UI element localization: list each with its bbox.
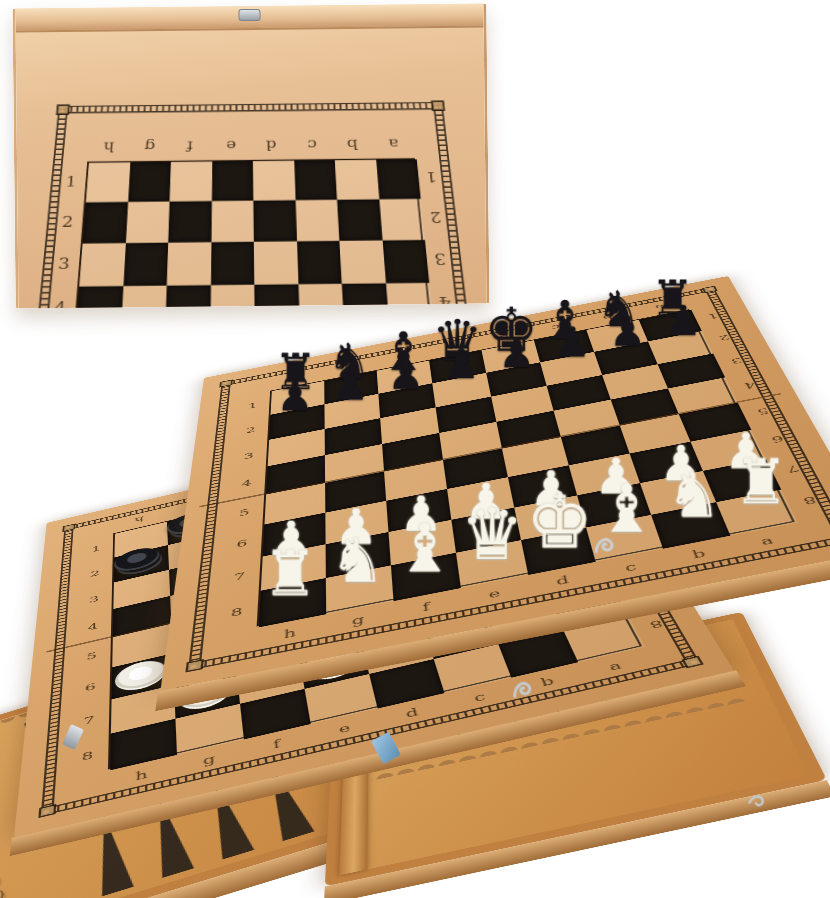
file-label: f xyxy=(392,592,462,622)
file-label: d xyxy=(527,566,599,595)
backgammon-checker xyxy=(0,871,1,898)
meander-corner-rosette xyxy=(681,656,703,669)
box-square xyxy=(295,200,339,242)
box-file-label: e xyxy=(210,136,251,155)
box-rank-label: 1 xyxy=(58,162,83,202)
box-rank-label: 3 xyxy=(51,242,78,285)
meander-corner-rosette xyxy=(185,659,203,672)
box-square xyxy=(335,160,379,200)
box-square xyxy=(376,159,421,199)
box-file-label: g xyxy=(128,137,170,156)
box-square xyxy=(253,161,295,201)
checkers-piece-white xyxy=(115,657,167,695)
box-square xyxy=(165,285,210,308)
rank-label: 5 xyxy=(230,495,258,530)
chess-piece-white-knight: ♞ xyxy=(323,506,392,607)
box-square xyxy=(386,283,434,309)
board-square xyxy=(110,719,177,771)
box-square xyxy=(120,286,166,309)
meander-border xyxy=(41,525,74,816)
box-square xyxy=(339,240,385,283)
box-square xyxy=(211,242,255,285)
rank-label: 5 xyxy=(78,638,105,674)
box-square xyxy=(168,201,211,243)
box-square xyxy=(254,241,298,284)
box-square xyxy=(297,241,342,284)
box-square xyxy=(123,243,168,286)
box-rank-label: 2 xyxy=(55,201,81,242)
chess-piece-white-rook: ♜ xyxy=(256,519,325,620)
box-square xyxy=(379,199,425,241)
rank-label: 7 xyxy=(224,557,254,597)
file-label: b xyxy=(662,540,736,569)
chess-piece-white-queen: ♛ xyxy=(458,480,527,581)
board-square xyxy=(240,689,311,740)
chess-piece-white-bishop: ♝ xyxy=(391,493,460,594)
box-file-label: b xyxy=(332,135,374,154)
box-square xyxy=(128,162,171,202)
rank-label: 6 xyxy=(227,525,256,562)
chess-piece-white-rook: ♜ xyxy=(727,428,796,529)
box-square xyxy=(211,161,253,201)
box-square xyxy=(79,243,125,286)
box-file-label: c xyxy=(291,136,332,155)
meander-corner-rosette xyxy=(431,100,445,111)
box-rank-label: 2 xyxy=(422,197,449,238)
box-square xyxy=(210,285,255,309)
chess-piece-white-king: ♚ xyxy=(525,467,594,568)
file-label: e xyxy=(459,579,530,608)
box-file-label: a xyxy=(372,135,414,154)
file-label: f xyxy=(242,728,312,760)
meander-border xyxy=(58,102,443,114)
rank-label: 8 xyxy=(221,591,252,633)
file-label: g xyxy=(175,744,244,776)
meander-corner-rosette xyxy=(56,104,70,115)
box-square xyxy=(125,201,169,243)
box-file-label: h xyxy=(88,138,130,157)
box-square xyxy=(76,286,123,308)
backgammon-checker xyxy=(0,886,5,898)
box-square xyxy=(298,284,344,309)
box-square xyxy=(253,200,296,242)
box-square xyxy=(382,240,429,283)
file-label: a xyxy=(730,526,805,555)
meander-corner-rosette xyxy=(38,804,56,818)
meander-border xyxy=(188,381,231,671)
box-square xyxy=(342,283,389,308)
box-print: hgfedcba12341234 xyxy=(27,98,479,309)
box-rank-label: 3 xyxy=(427,238,454,281)
rank-label: 6 xyxy=(76,668,104,706)
board-square xyxy=(305,674,378,724)
file-label: h xyxy=(255,618,324,648)
box-half-board xyxy=(74,158,432,308)
box-square xyxy=(167,242,211,285)
box-square xyxy=(254,284,299,308)
closed-game-box: hgfedcba12341234 xyxy=(12,4,489,309)
metal-clasp-icon xyxy=(238,9,260,21)
rank-label: 4 xyxy=(80,610,106,644)
box-rank-label: 4 xyxy=(46,285,73,309)
file-label: g xyxy=(324,605,393,635)
box-square xyxy=(294,160,337,200)
file-label: d xyxy=(376,697,448,728)
file-label: a xyxy=(578,651,653,682)
box-square xyxy=(337,199,382,241)
box-square xyxy=(211,201,254,243)
box-file-label: d xyxy=(251,136,292,155)
board-square xyxy=(175,704,243,755)
box-rank-label: 1 xyxy=(418,158,444,197)
box-square xyxy=(170,162,212,202)
box-square xyxy=(83,202,128,244)
product-photo-stage: hgfedcba12341234 hgfedcbahgfedcba1234567… xyxy=(0,0,830,898)
file-label: h xyxy=(107,759,175,791)
file-label: c xyxy=(443,682,516,713)
box-square xyxy=(86,163,130,203)
box-lid-edge xyxy=(15,4,483,33)
box-file-label: f xyxy=(169,137,210,156)
chess-piece-white-knight: ♞ xyxy=(660,441,729,542)
file-label: e xyxy=(309,713,380,745)
